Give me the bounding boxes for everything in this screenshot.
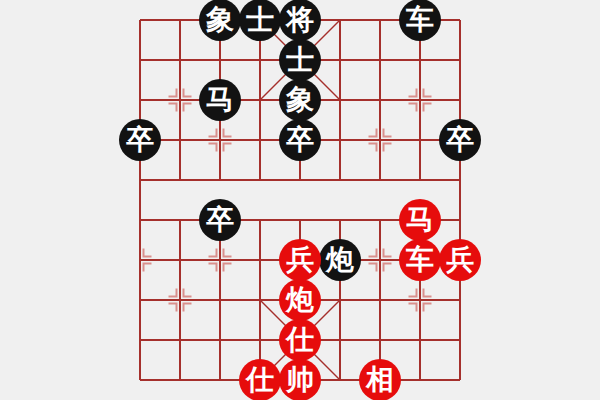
piece-black-chariot[interactable]: 车	[399, 0, 441, 41]
xiangqi-app: 象士将车士马象卒卒卒卒炮马兵车兵炮仕仕帅相	[0, 0, 600, 400]
piece-black-soldier[interactable]: 卒	[439, 119, 481, 161]
piece-red-advisor[interactable]: 仕	[239, 359, 281, 400]
xiangqi-board[interactable]: 象士将车士马象卒卒卒卒炮马兵车兵炮仕仕帅相	[120, 0, 480, 400]
piece-red-advisor[interactable]: 仕	[279, 319, 321, 361]
piece-black-elephant[interactable]: 象	[279, 79, 321, 121]
piece-red-cannon[interactable]: 炮	[279, 279, 321, 321]
piece-black-soldier[interactable]: 卒	[119, 119, 161, 161]
piece-black-horse[interactable]: 马	[199, 79, 241, 121]
piece-red-soldier[interactable]: 兵	[439, 239, 481, 281]
piece-red-horse[interactable]: 马	[399, 199, 441, 241]
piece-red-chariot[interactable]: 车	[399, 239, 441, 281]
piece-black-soldier[interactable]: 卒	[199, 199, 241, 241]
piece-red-general[interactable]: 帅	[279, 359, 321, 400]
piece-black-advisor[interactable]: 士	[279, 39, 321, 81]
piece-black-elephant[interactable]: 象	[199, 0, 241, 41]
piece-red-soldier[interactable]: 兵	[279, 239, 321, 281]
piece-black-advisor[interactable]: 士	[239, 0, 281, 41]
piece-black-cannon[interactable]: 炮	[319, 239, 361, 281]
piece-black-soldier[interactable]: 卒	[279, 119, 321, 161]
piece-red-elephant[interactable]: 相	[359, 359, 401, 400]
piece-black-general[interactable]: 将	[279, 0, 321, 41]
